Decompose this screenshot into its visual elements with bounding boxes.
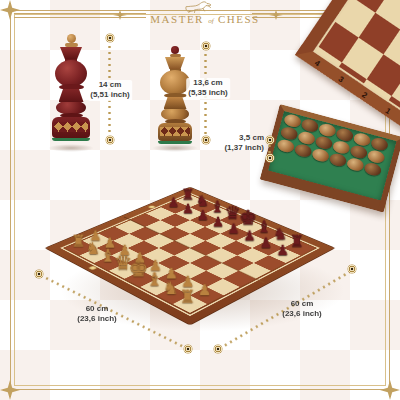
base-inlay-pattern	[160, 127, 190, 136]
coordinate-label: 1	[384, 106, 393, 116]
piece-crown	[60, 47, 82, 59]
piece-base	[158, 123, 192, 141]
piece-collar	[170, 54, 181, 57]
measure-marker-icon	[214, 345, 223, 354]
measure-marker-icon	[35, 270, 44, 279]
measure-imperial: (5,35 inch)	[188, 88, 228, 98]
measure-imperial: (23,6 inch)	[77, 314, 117, 324]
measure-marker-icon	[202, 136, 211, 145]
brand-logo-text: MASTER of CHESS	[150, 13, 259, 25]
piece-cone	[59, 89, 84, 102]
measure-marker-icon	[202, 42, 211, 51]
chess-piece-h1: ♜	[176, 288, 200, 306]
chess-board-scene: ♜♞♝♛♚♝♞♜♟♟♟♟♟♟♟♟♟♟♟♟♟♟♟♟♜♞♝♛♚♝♞♜	[87, 145, 293, 351]
base-inlay-pattern	[54, 122, 88, 132]
coordinate-label: 3	[337, 74, 346, 84]
measure-imperial: (23,6 inch)	[282, 309, 322, 319]
measure-imperial: (5,51 inch)	[90, 90, 130, 100]
board-width-label-left: 60 cm (23,6 inch)	[77, 304, 117, 325]
board-width-label-right: 60 cm (23,6 inch)	[282, 299, 322, 320]
piece-finial	[171, 46, 179, 54]
leaping-horse-icon	[183, 0, 217, 13]
dark-king-product-photo	[49, 34, 93, 141]
brass-emblem-icon	[147, 205, 156, 209]
measure-value: 13,6 cm	[188, 78, 228, 88]
brand-word-master: MASTER	[150, 13, 204, 25]
measure-value: 60 cm	[282, 299, 322, 309]
piece-base	[52, 117, 90, 138]
logo-rule-left	[14, 13, 146, 18]
measure-value: 3,5 cm	[224, 133, 264, 143]
measure-value: 60 cm	[77, 304, 117, 314]
measure-marker-icon	[106, 136, 115, 145]
piece-felt	[52, 138, 90, 141]
measure-marker-icon	[266, 136, 275, 145]
coordinate-label: 4	[313, 58, 322, 68]
piece-cone	[164, 97, 187, 109]
dark-king-height-label: 14 cm (5,51 inch)	[88, 80, 132, 101]
measure-marker-icon	[348, 265, 357, 274]
measure-marker-icon	[184, 345, 193, 354]
brand-word-of: of	[208, 17, 213, 25]
piece-finial	[67, 34, 76, 43]
product-photo-canvas: MASTER of CHESS 14 cm (5,51 inch)	[0, 0, 400, 400]
piece-crown	[165, 57, 185, 69]
coordinate-label: 2	[360, 90, 369, 100]
light-king-height-label: 13,6 cm (5,35 inch)	[186, 78, 230, 99]
piece-collar	[65, 43, 78, 47]
measure-marker-icon	[106, 34, 115, 43]
brand-word-chess: CHESS	[218, 13, 260, 25]
chess-piece-h7: ♟	[271, 243, 293, 257]
measure-value: 14 cm	[90, 80, 130, 90]
piece-sphere	[55, 60, 87, 87]
piece-felt	[158, 141, 192, 144]
brass-emblem-icon	[88, 266, 98, 271]
